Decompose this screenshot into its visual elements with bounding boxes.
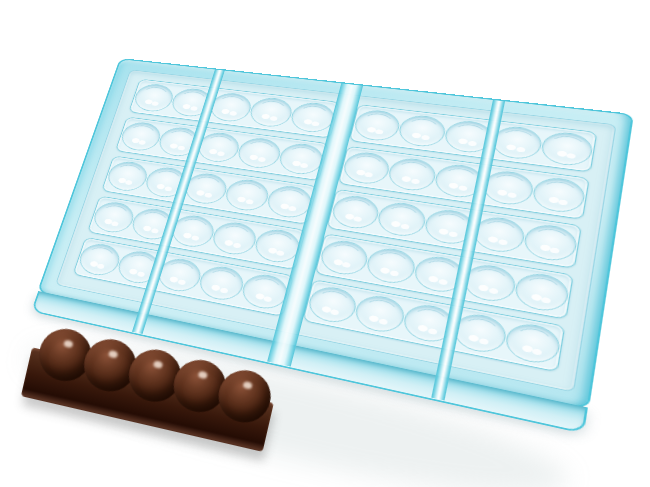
dome-cavity	[522, 222, 579, 264]
dome-cavity	[235, 136, 284, 171]
dome-cavity	[329, 193, 381, 231]
dome-cavity	[351, 108, 402, 143]
dome-cavity	[104, 159, 151, 193]
dome-rim-arc	[95, 203, 132, 231]
dome-cavity	[210, 220, 260, 258]
reflection-spot	[458, 185, 467, 191]
dome-rim-arc	[402, 117, 442, 145]
dome-cavity	[504, 320, 563, 367]
dome-rim-arc	[311, 288, 353, 321]
dome-rim-arc	[258, 231, 298, 261]
dome-cavity	[364, 245, 418, 286]
dome-cavity	[75, 241, 123, 278]
dome-rim-arc	[358, 297, 401, 331]
dome-cavity	[386, 156, 439, 193]
dome-rim-arc	[477, 219, 521, 251]
dome-cavity	[540, 130, 595, 168]
dome-rim-arc	[381, 204, 423, 235]
reflection-spot	[468, 141, 477, 147]
dome-rim-arc	[335, 197, 376, 227]
dome-rim-arc	[123, 124, 159, 149]
dome-cavity	[513, 270, 571, 314]
dome-rim-arc	[136, 86, 172, 110]
dome-cavity	[305, 284, 359, 326]
specular-highlight	[153, 361, 163, 370]
dome-cavity	[247, 96, 295, 129]
specular-highlight	[108, 350, 118, 359]
dome-rim-arc	[282, 145, 321, 173]
dome-rim-arc	[245, 276, 286, 308]
dome-rim-arc	[80, 245, 118, 274]
dome-rim-arc	[519, 275, 564, 310]
dome-rim-arc	[391, 160, 432, 189]
dome-cavity	[222, 177, 272, 213]
dome-cavity	[352, 292, 407, 335]
photo-stage	[0, 0, 650, 487]
dome-cavity	[340, 150, 391, 186]
dome-cavity	[531, 175, 587, 215]
dome-rim-arc	[496, 128, 538, 157]
dome-rim-arc	[528, 226, 573, 259]
dome-rim-arc	[468, 266, 512, 300]
dome-rim-arc	[215, 224, 254, 254]
dome-rim-arc	[487, 173, 530, 203]
reflection-spot	[411, 178, 420, 184]
dome-rim-arc	[546, 134, 589, 164]
dome-rim-arc	[323, 242, 364, 273]
dome-rim-arc	[537, 180, 581, 211]
dome-cavity	[396, 113, 448, 148]
dome-rim-arc	[369, 250, 411, 282]
dome-rim-arc	[357, 112, 397, 139]
dome-cavity	[90, 200, 137, 236]
dome-rim-arc	[457, 316, 502, 352]
dome-rim-arc	[270, 187, 310, 216]
specular-highlight	[242, 381, 252, 390]
dome-cavity	[375, 200, 428, 239]
dome-rim-arc	[510, 325, 556, 361]
dome-rim-arc	[174, 217, 213, 246]
specular-highlight	[197, 371, 207, 380]
reflection-spot	[421, 135, 430, 141]
dome-rim-arc	[202, 268, 242, 299]
dome-rim-arc	[346, 154, 386, 182]
dome-cavity	[317, 238, 370, 278]
dome-rim-arc	[240, 140, 278, 167]
dome-rim-arc	[294, 104, 332, 130]
dome-rim-arc	[109, 163, 145, 190]
dome-rim-arc	[160, 260, 199, 290]
dome-cavity	[118, 120, 164, 152]
dome-rim-arc	[200, 134, 237, 160]
dome-rim-arc	[187, 175, 225, 203]
dome-rim-arc	[228, 181, 267, 209]
specular-highlight	[63, 340, 73, 349]
dome-rim-arc	[252, 99, 290, 125]
dome-cavity	[196, 263, 247, 303]
dome-rim-arc	[212, 95, 249, 120]
dome-cavity	[131, 82, 176, 113]
